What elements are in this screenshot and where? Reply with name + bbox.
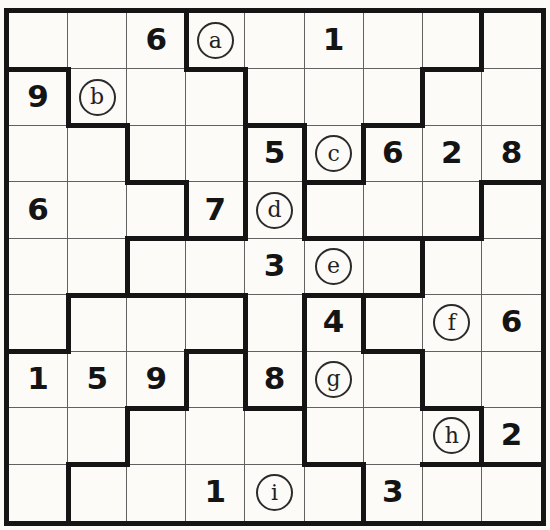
cell-r6c5[interactable] [245,295,304,351]
cell-r7c3[interactable]: 9 [127,352,186,408]
region-border-segment [66,462,130,467]
cell-r3c6[interactable]: c [305,126,364,182]
given-digit: 8 [264,363,286,394]
cell-r5c9[interactable] [482,239,541,295]
cell-r5c7[interactable] [364,239,423,295]
region-border-segment [66,462,71,523]
cell-r1c9[interactable] [482,13,541,69]
cell-r4c5[interactable]: d [245,182,304,238]
cell-r8c4[interactable] [186,408,245,464]
given-digit: 5 [86,363,108,394]
cell-r8c1[interactable] [9,408,68,464]
circled-letter-f: f [433,304,470,341]
given-digit: 7 [205,194,227,225]
cell-r2c3[interactable] [127,69,186,125]
region-border-segment [66,293,130,298]
region-border-segment [125,236,130,297]
cell-r7c6[interactable]: g [305,352,364,408]
cell-r6c6[interactable]: 4 [305,295,364,351]
circled-letter-g: g [315,361,352,398]
given-digit: 9 [145,363,167,394]
given-digit: 2 [501,419,523,450]
region-border-segment [361,236,425,241]
cell-r1c1[interactable] [9,13,68,69]
cell-r7c9[interactable] [482,352,541,408]
cell-r2c8[interactable] [423,69,482,125]
region-border-segment [361,293,425,298]
cell-r3c5[interactable]: 5 [245,126,304,182]
cell-r1c4[interactable]: a [186,13,245,69]
cell-r4c2[interactable] [68,182,127,238]
region-border-segment [361,123,425,128]
cell-r4c3[interactable] [127,182,186,238]
region-border-segment [302,293,366,298]
cell-r2c2[interactable]: b [68,69,127,125]
region-border-segment [184,180,189,241]
circled-letter-e: e [315,248,352,285]
region-border-segment [243,67,248,128]
region-border-segment [184,349,189,410]
cell-r9c7[interactable]: 3 [364,465,423,521]
cell-r6c2[interactable] [68,295,127,351]
cell-r5c3[interactable] [127,239,186,295]
region-border-segment [125,293,189,298]
cell-r8c3[interactable] [127,408,186,464]
region-border-segment [243,406,307,411]
region-border-segment [66,67,71,128]
region-border-segment [66,293,71,354]
cell-r5c5[interactable]: 3 [245,239,304,295]
circled-letter-i: i [256,474,293,511]
region-border-segment [420,67,484,72]
region-border-segment [302,123,307,184]
region-border-segment [243,123,307,128]
region-border-segment [184,349,248,354]
cell-r8c8[interactable]: h [423,408,482,464]
circled-letter-b: b [79,79,116,116]
cell-r4c1[interactable]: 6 [9,182,68,238]
cell-r3c8[interactable]: 2 [423,126,482,182]
cell-r7c7[interactable] [364,352,423,408]
given-digit: 6 [382,137,404,168]
cell-r6c1[interactable] [9,295,68,351]
given-digit: 1 [27,363,49,394]
cell-r9c1[interactable] [9,465,68,521]
cell-r9c4[interactable]: 1 [186,465,245,521]
given-digit: 2 [441,137,463,168]
cell-r6c8[interactable]: f [423,295,482,351]
region-border-segment [125,180,189,185]
circled-letter-h: h [433,417,470,454]
cell-r6c4[interactable] [186,295,245,351]
cell-r8c2[interactable] [68,408,127,464]
region-border-segment [361,349,425,354]
region-border-segment [302,462,366,467]
given-digit: 5 [264,137,286,168]
region-border-segment [66,123,130,128]
given-digit: 3 [264,250,286,281]
region-border-segment [479,180,543,185]
cell-r6c7[interactable] [364,295,423,351]
cell-r3c3[interactable] [127,126,186,182]
cell-r4c9[interactable] [482,182,541,238]
cell-r2c6[interactable] [305,69,364,125]
cell-r7c2[interactable]: 5 [68,352,127,408]
cell-r8c5[interactable] [245,408,304,464]
cell-r3c7[interactable]: 6 [364,126,423,182]
region-border-segment [125,123,130,184]
cell-r1c3[interactable]: 6 [127,13,186,69]
region-border-segment [184,67,248,72]
cell-r2c1[interactable]: 9 [9,69,68,125]
region-border-segment [420,67,425,128]
region-border-segment [420,406,484,411]
cell-r4c6[interactable] [305,182,364,238]
cell-r5c8[interactable] [423,239,482,295]
region-border-segment [7,349,71,354]
region-border-segment [125,406,130,467]
region-border-segment [420,236,484,241]
region-border-segment [361,462,366,523]
circled-letter-d: d [256,192,293,229]
cell-r5c1[interactable] [9,239,68,295]
cell-r7c8[interactable] [423,352,482,408]
cell-r2c9[interactable] [482,69,541,125]
region-border-segment [302,293,307,354]
cell-r1c5[interactable] [245,13,304,69]
region-border-segment [479,11,484,72]
region-border-segment [184,293,248,298]
cell-r9c2[interactable] [68,465,127,521]
cell-r1c2[interactable] [68,13,127,69]
region-border-segment [361,293,366,354]
cell-r7c1[interactable]: 1 [9,352,68,408]
cell-r8c7[interactable] [364,408,423,464]
region-border-segment [420,236,425,297]
region-border-segment [479,180,484,241]
cell-r6c9[interactable]: 6 [482,295,541,351]
given-digit: 1 [323,24,345,55]
region-border-segment [243,123,248,184]
cell-r4c8[interactable] [423,182,482,238]
cell-r3c9[interactable]: 8 [482,126,541,182]
given-digit: 6 [145,24,167,55]
cell-r8c9[interactable]: 2 [482,408,541,464]
region-border-segment [302,180,307,241]
region-border-segment [184,236,248,241]
given-digit: 1 [205,476,227,507]
region-border-segment [302,236,366,241]
cell-r1c6[interactable]: 1 [305,13,364,69]
region-border-segment [302,349,307,410]
given-digit: 8 [501,137,523,168]
cell-r5c6[interactable]: e [305,239,364,295]
circled-letter-c: c [315,135,352,172]
cell-r4c4[interactable]: 7 [186,182,245,238]
region-border-segment [420,462,484,467]
region-border-segment [184,11,189,72]
region-border-segment [479,406,484,467]
given-digit: 3 [382,476,404,507]
given-digit: 9 [27,81,49,112]
cell-r8c6[interactable] [305,408,364,464]
cell-r3c2[interactable] [68,126,127,182]
puzzle-board: 6a19b5c62867d3e4f61598gh21i3 [4,8,546,526]
region-border-segment [420,349,425,410]
region-border-segment [302,406,307,467]
cell-r1c7[interactable] [364,13,423,69]
cell-r9c5[interactable]: i [245,465,304,521]
cell-r9c6[interactable] [305,465,364,521]
cell-r7c4[interactable] [186,352,245,408]
cell-r5c2[interactable] [68,239,127,295]
region-border-segment [125,406,189,411]
given-digit: 4 [323,306,345,337]
cell-r5c4[interactable] [186,239,245,295]
cell-r6c3[interactable] [127,295,186,351]
circled-letter-a: a [197,22,234,59]
region-border-segment [125,236,189,241]
given-digit: 6 [501,306,523,337]
cell-r9c8[interactable] [423,465,482,521]
cell-r7c5[interactable]: 8 [245,352,304,408]
cell-r9c3[interactable] [127,465,186,521]
cell-r3c1[interactable] [9,126,68,182]
region-border-segment [7,67,71,72]
given-digit: 6 [27,194,49,225]
region-border-segment [243,349,248,410]
cell-r2c5[interactable] [245,69,304,125]
cell-r4c7[interactable] [364,182,423,238]
cell-r1c8[interactable] [423,13,482,69]
cell-r9c9[interactable] [482,465,541,521]
region-border-segment [243,293,248,354]
region-border-segment [361,123,366,184]
region-border-segment [479,462,543,467]
region-border-segment [302,180,366,185]
cell-r3c4[interactable] [186,126,245,182]
cell-r2c7[interactable] [364,69,423,125]
cell-r2c4[interactable] [186,69,245,125]
region-border-segment [243,180,248,241]
